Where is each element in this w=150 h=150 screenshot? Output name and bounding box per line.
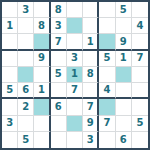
cell-r5c2[interactable] [18, 67, 34, 83]
cell-r4c7[interactable]: 5 [99, 51, 115, 67]
cell-r7c1[interactable] [2, 99, 18, 115]
cell-r3c5[interactable] [67, 34, 83, 50]
cell-r6c9[interactable] [132, 83, 148, 99]
cell-r9c6[interactable]: 3 [83, 132, 99, 148]
cell-r8c8[interactable] [116, 116, 132, 132]
cell-r4c9[interactable]: 7 [132, 51, 148, 67]
cell-r2c7[interactable] [99, 18, 115, 34]
cell-r3c6[interactable]: 1 [83, 34, 99, 50]
cell-r4c6[interactable] [83, 51, 99, 67]
cell-r6c8[interactable] [116, 83, 132, 99]
cell-r7c7[interactable] [99, 99, 115, 115]
cell-r6c5[interactable]: 7 [67, 83, 83, 99]
cell-r5c9[interactable] [132, 67, 148, 83]
cell-r2c2[interactable] [18, 18, 34, 34]
cell-r6c6[interactable] [83, 83, 99, 99]
cell-r4c3[interactable]: 9 [34, 51, 50, 67]
cell-r8c3[interactable] [34, 116, 50, 132]
cell-r2c6[interactable] [83, 18, 99, 34]
cell-r9c1[interactable] [2, 132, 18, 148]
cell-r7c5[interactable] [67, 99, 83, 115]
cell-r3c2[interactable] [18, 34, 34, 50]
cell-r4c4[interactable] [51, 51, 67, 67]
cell-r9c3[interactable] [34, 132, 50, 148]
cell-r6c1[interactable]: 5 [2, 83, 18, 99]
sudoku-board: 385183471993517518561742673975536 [0, 0, 150, 150]
cell-r7c4[interactable]: 6 [51, 99, 67, 115]
cell-r9c2[interactable]: 5 [18, 132, 34, 148]
cell-r9c5[interactable] [67, 132, 83, 148]
cell-r5c6[interactable]: 8 [83, 67, 99, 83]
cell-r7c9[interactable] [132, 99, 148, 115]
cell-r2c5[interactable] [67, 18, 83, 34]
cell-r9c4[interactable] [51, 132, 67, 148]
cell-r8c5[interactable] [67, 116, 83, 132]
cell-r1c1[interactable] [2, 2, 18, 18]
cell-r8c4[interactable] [51, 116, 67, 132]
cell-r1c6[interactable] [83, 2, 99, 18]
cell-r8c7[interactable]: 7 [99, 116, 115, 132]
cell-r7c6[interactable]: 7 [83, 99, 99, 115]
cell-r1c9[interactable] [132, 2, 148, 18]
cell-r7c3[interactable] [34, 99, 50, 115]
cell-r8c1[interactable]: 3 [2, 116, 18, 132]
cell-r3c7[interactable] [99, 34, 115, 50]
cell-r5c5[interactable]: 1 [67, 67, 83, 83]
cell-r3c1[interactable] [2, 34, 18, 50]
cell-r4c5[interactable]: 3 [67, 51, 83, 67]
cell-r2c8[interactable] [116, 18, 132, 34]
cell-r4c1[interactable] [2, 51, 18, 67]
cell-r4c8[interactable]: 1 [116, 51, 132, 67]
cell-r2c9[interactable]: 4 [132, 18, 148, 34]
cell-r3c3[interactable] [34, 34, 50, 50]
cell-r6c2[interactable]: 6 [18, 83, 34, 99]
cell-r5c4[interactable]: 5 [51, 67, 67, 83]
cell-r9c8[interactable]: 6 [116, 132, 132, 148]
cell-r6c3[interactable]: 1 [34, 83, 50, 99]
cell-r7c8[interactable] [116, 99, 132, 115]
cell-r1c7[interactable] [99, 2, 115, 18]
cell-r8c2[interactable] [18, 116, 34, 132]
cell-r3c8[interactable]: 9 [116, 34, 132, 50]
cell-r5c1[interactable] [2, 67, 18, 83]
cell-r4c2[interactable] [18, 51, 34, 67]
cell-r7c2[interactable]: 2 [18, 99, 34, 115]
cell-r1c2[interactable]: 3 [18, 2, 34, 18]
cell-r2c1[interactable]: 1 [2, 18, 18, 34]
cell-r5c3[interactable] [34, 67, 50, 83]
cell-r5c7[interactable] [99, 67, 115, 83]
cell-r1c4[interactable]: 8 [51, 2, 67, 18]
cell-r5c8[interactable] [116, 67, 132, 83]
cell-r2c4[interactable]: 3 [51, 18, 67, 34]
cell-r1c3[interactable] [34, 2, 50, 18]
cell-r9c9[interactable] [132, 132, 148, 148]
cell-r8c6[interactable]: 9 [83, 116, 99, 132]
cell-r3c4[interactable]: 7 [51, 34, 67, 50]
cell-r2c3[interactable]: 8 [34, 18, 50, 34]
cell-r8c9[interactable]: 5 [132, 116, 148, 132]
cell-r1c8[interactable]: 5 [116, 2, 132, 18]
cell-r9c7[interactable] [99, 132, 115, 148]
cell-r6c7[interactable]: 4 [99, 83, 115, 99]
cell-r6c4[interactable] [51, 83, 67, 99]
cell-r3c9[interactable] [132, 34, 148, 50]
cell-r1c5[interactable] [67, 2, 83, 18]
